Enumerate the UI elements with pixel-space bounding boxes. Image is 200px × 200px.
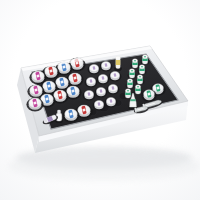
lavender-pot [100, 61, 113, 71]
box-reflection-outer [8, 151, 200, 181]
lavender-pot [85, 77, 98, 87]
lavender-pot [88, 64, 101, 74]
striped-jar-green [141, 89, 156, 101]
striped-jar-blue [62, 109, 79, 123]
lavender-pot [107, 84, 120, 94]
product-photo [0, 0, 200, 200]
product-photo-scene [0, 0, 200, 200]
lavender-pot [93, 100, 106, 110]
lavender-pot [95, 87, 108, 97]
lavender-pot [97, 74, 110, 84]
lavender-pot [109, 71, 122, 81]
lavender-pot [105, 97, 118, 107]
striped-jar-pink [26, 98, 43, 112]
lavender-pot [83, 90, 96, 100]
